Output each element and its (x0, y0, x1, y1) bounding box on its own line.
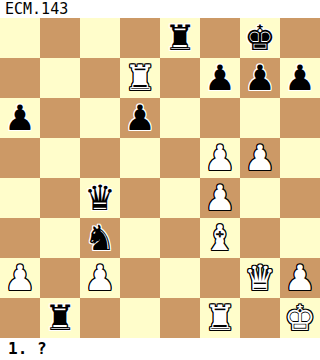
square-e2[interactable] (160, 258, 200, 298)
square-h4[interactable] (280, 178, 320, 218)
square-b5[interactable] (40, 138, 80, 178)
square-c2[interactable]: ♟ (80, 258, 120, 298)
piece-black-pawn[interactable]: ♟ (4, 98, 35, 138)
square-c6[interactable] (80, 98, 120, 138)
piece-white-pawn[interactable]: ♟ (84, 258, 115, 298)
square-d7[interactable]: ♜ (120, 58, 160, 98)
piece-black-pawn[interactable]: ♟ (284, 58, 315, 98)
square-a6[interactable]: ♟ (0, 98, 40, 138)
square-f5[interactable]: ♟ (200, 138, 240, 178)
square-c4[interactable]: ♛ (80, 178, 120, 218)
piece-black-pawn[interactable]: ♟ (244, 58, 275, 98)
square-g3[interactable] (240, 218, 280, 258)
piece-black-knight[interactable]: ♞ (84, 218, 115, 258)
square-e6[interactable] (160, 98, 200, 138)
square-f8[interactable] (200, 18, 240, 58)
square-d4[interactable] (120, 178, 160, 218)
piece-white-king[interactable]: ♚ (284, 298, 315, 338)
square-h6[interactable] (280, 98, 320, 138)
piece-black-rook[interactable]: ♜ (164, 18, 195, 58)
square-c5[interactable] (80, 138, 120, 178)
square-g5[interactable]: ♟ (240, 138, 280, 178)
square-a2[interactable]: ♟ (0, 258, 40, 298)
piece-black-pawn[interactable]: ♟ (124, 98, 155, 138)
piece-white-rook[interactable]: ♜ (124, 58, 155, 98)
square-e7[interactable] (160, 58, 200, 98)
square-a7[interactable] (0, 58, 40, 98)
piece-black-pawn[interactable]: ♟ (204, 58, 235, 98)
square-a4[interactable] (0, 178, 40, 218)
square-d6[interactable]: ♟ (120, 98, 160, 138)
piece-black-queen[interactable]: ♛ (84, 178, 115, 218)
square-g8[interactable]: ♚ (240, 18, 280, 58)
square-g2[interactable]: ♛ (240, 258, 280, 298)
diagram-title: ECM.143 (5, 0, 68, 18)
square-b3[interactable] (40, 218, 80, 258)
square-b2[interactable] (40, 258, 80, 298)
square-f6[interactable] (200, 98, 240, 138)
piece-white-pawn[interactable]: ♟ (204, 138, 235, 178)
square-d5[interactable] (120, 138, 160, 178)
square-a5[interactable] (0, 138, 40, 178)
square-h1[interactable]: ♚ (280, 298, 320, 338)
square-h2[interactable]: ♟ (280, 258, 320, 298)
square-a3[interactable] (0, 218, 40, 258)
square-h3[interactable] (280, 218, 320, 258)
square-c7[interactable] (80, 58, 120, 98)
square-e1[interactable] (160, 298, 200, 338)
square-h8[interactable] (280, 18, 320, 58)
piece-white-pawn[interactable]: ♟ (204, 178, 235, 218)
square-d3[interactable] (120, 218, 160, 258)
piece-white-bishop[interactable]: ♝ (204, 218, 235, 258)
square-g1[interactable] (240, 298, 280, 338)
square-g4[interactable] (240, 178, 280, 218)
square-c1[interactable] (80, 298, 120, 338)
piece-black-rook[interactable]: ♜ (44, 298, 75, 338)
piece-black-king[interactable]: ♚ (244, 18, 275, 58)
square-b7[interactable] (40, 58, 80, 98)
square-f2[interactable] (200, 258, 240, 298)
move-prompt: 1. ? (8, 338, 47, 360)
square-b8[interactable] (40, 18, 80, 58)
square-d8[interactable] (120, 18, 160, 58)
square-c8[interactable] (80, 18, 120, 58)
square-d1[interactable] (120, 298, 160, 338)
piece-white-pawn[interactable]: ♟ (284, 258, 315, 298)
square-c3[interactable]: ♞ (80, 218, 120, 258)
square-g6[interactable] (240, 98, 280, 138)
piece-white-pawn[interactable]: ♟ (4, 258, 35, 298)
piece-white-pawn[interactable]: ♟ (244, 138, 275, 178)
square-f3[interactable]: ♝ (200, 218, 240, 258)
square-h7[interactable]: ♟ (280, 58, 320, 98)
square-a8[interactable] (0, 18, 40, 58)
square-d2[interactable] (120, 258, 160, 298)
square-b4[interactable] (40, 178, 80, 218)
chess-board: ♜♚♜♟♟♟♟♟♟♟♛♟♞♝♟♟♛♟♜♜♚ (0, 18, 320, 338)
square-e8[interactable]: ♜ (160, 18, 200, 58)
square-e3[interactable] (160, 218, 200, 258)
piece-white-queen[interactable]: ♛ (244, 258, 275, 298)
square-e5[interactable] (160, 138, 200, 178)
square-h5[interactable] (280, 138, 320, 178)
square-a1[interactable] (0, 298, 40, 338)
square-g7[interactable]: ♟ (240, 58, 280, 98)
piece-white-rook[interactable]: ♜ (204, 298, 235, 338)
square-f1[interactable]: ♜ (200, 298, 240, 338)
square-f4[interactable]: ♟ (200, 178, 240, 218)
square-b6[interactable] (40, 98, 80, 138)
square-f7[interactable]: ♟ (200, 58, 240, 98)
square-e4[interactable] (160, 178, 200, 218)
square-b1[interactable]: ♜ (40, 298, 80, 338)
